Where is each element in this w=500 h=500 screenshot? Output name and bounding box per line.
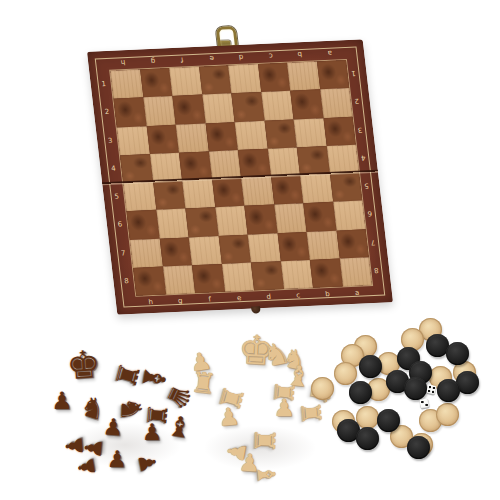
coordinate-label: a bbox=[314, 47, 345, 59]
board-square bbox=[199, 65, 232, 94]
board-square bbox=[307, 230, 340, 259]
board-frame: hgfedcba hgfedcba 12345678 12345678 bbox=[87, 39, 393, 314]
checker-disc-light bbox=[436, 403, 459, 426]
board-square bbox=[303, 202, 336, 231]
checker-disc-black bbox=[446, 342, 469, 365]
coordinate-label: g bbox=[137, 55, 168, 67]
board-square bbox=[133, 266, 166, 295]
checker-disc-black bbox=[377, 409, 400, 432]
chess-piece-dk-king: ♚ bbox=[65, 342, 102, 388]
chess-piece-lt-rook: ♜ bbox=[189, 365, 217, 400]
board-square bbox=[310, 258, 343, 287]
board-square bbox=[323, 116, 356, 145]
coordinate-label: b bbox=[285, 49, 316, 61]
checker-disc-black bbox=[404, 377, 427, 400]
chess-piece-dk-pawn: ♟ bbox=[142, 419, 163, 445]
board-square bbox=[244, 205, 277, 234]
board-square bbox=[326, 144, 359, 173]
coordinate-label: d bbox=[226, 51, 257, 63]
checker-disc-light bbox=[311, 377, 334, 400]
checker-disc-black bbox=[356, 427, 379, 450]
board-square bbox=[146, 124, 179, 153]
chess-piece-dk-pawn: ♟ bbox=[51, 387, 73, 415]
board-square bbox=[185, 207, 218, 236]
checker-disc-black bbox=[349, 381, 372, 404]
chess-board: hgfedcba hgfedcba 12345678 12345678 bbox=[87, 39, 393, 314]
board-square bbox=[159, 237, 192, 266]
board-square bbox=[228, 64, 261, 93]
board-square bbox=[287, 61, 320, 90]
board-square bbox=[264, 119, 297, 148]
board-square bbox=[300, 174, 333, 203]
board-square bbox=[258, 63, 291, 92]
coordinate-label: a bbox=[342, 286, 373, 298]
hinge-knob-icon bbox=[251, 306, 261, 313]
checker-disc-black bbox=[359, 355, 382, 378]
board-square bbox=[271, 175, 304, 204]
coordinate-label: e bbox=[224, 292, 255, 304]
board-square bbox=[182, 179, 215, 208]
chess-piece-lt-pawn: ♟ bbox=[273, 394, 295, 422]
coordinate-label: f bbox=[167, 54, 198, 66]
board-square bbox=[192, 264, 225, 293]
board-square bbox=[336, 229, 369, 258]
board-square bbox=[320, 88, 353, 117]
board-square bbox=[130, 238, 163, 267]
chess-piece-dk-pawn: ♟ bbox=[106, 446, 128, 473]
board-square bbox=[277, 232, 310, 261]
board-square bbox=[113, 98, 146, 127]
board-square bbox=[126, 210, 159, 239]
board-square bbox=[172, 95, 205, 124]
board-square bbox=[120, 154, 153, 183]
board-square bbox=[248, 233, 281, 262]
board-square bbox=[267, 147, 300, 176]
board-square bbox=[330, 173, 363, 202]
board-square bbox=[117, 126, 150, 155]
board-square bbox=[149, 152, 182, 181]
chess-piece-lt-rook: ♜ bbox=[295, 400, 327, 426]
board-square bbox=[123, 182, 156, 211]
board-square bbox=[143, 96, 176, 125]
board-square bbox=[205, 122, 238, 151]
board-square bbox=[317, 60, 350, 89]
coordinate-label: e bbox=[196, 53, 227, 65]
coordinate-label: h bbox=[108, 57, 139, 69]
board-square bbox=[110, 69, 143, 98]
board-square bbox=[208, 150, 241, 179]
board-square bbox=[140, 68, 173, 97]
coordinate-label: g bbox=[165, 294, 196, 306]
board-square bbox=[238, 148, 271, 177]
checker-disc-black bbox=[437, 379, 460, 402]
coordinate-label: c bbox=[283, 289, 314, 301]
board-square bbox=[153, 181, 186, 210]
board-square bbox=[290, 90, 323, 119]
board-square bbox=[231, 92, 264, 121]
chess-piece-dk-bishop: ♝ bbox=[165, 409, 194, 445]
die-icon bbox=[426, 384, 437, 395]
board-square bbox=[212, 178, 245, 207]
die-icon bbox=[419, 398, 429, 408]
board-square bbox=[156, 209, 189, 238]
board-square bbox=[176, 123, 209, 152]
board-square bbox=[339, 257, 372, 286]
coordinate-label: f bbox=[194, 293, 225, 305]
checker-disc-black bbox=[407, 436, 430, 459]
checker-disc-light bbox=[334, 362, 357, 385]
chess-piece-dk-pawn: ♟ bbox=[73, 455, 101, 479]
chess-piece-dk-pawn: ♟ bbox=[102, 413, 124, 440]
board-square bbox=[333, 201, 366, 230]
board-square bbox=[221, 262, 254, 291]
board-square bbox=[215, 206, 248, 235]
coordinate-label: d bbox=[253, 290, 284, 302]
board-square bbox=[251, 261, 284, 290]
board-square bbox=[280, 260, 313, 289]
chess-piece-lt-pawn: ♟ bbox=[217, 402, 241, 432]
board-square bbox=[241, 177, 274, 206]
board-square bbox=[202, 94, 235, 123]
board-square bbox=[162, 265, 195, 294]
board-square bbox=[294, 118, 327, 147]
product-photo: hgfedcba hgfedcba 12345678 12345678 ♚♟♜♝… bbox=[0, 0, 500, 500]
board-square bbox=[179, 151, 212, 180]
board-square bbox=[189, 236, 222, 265]
chess-piece-lt-bishop: ♝ bbox=[251, 463, 281, 487]
coordinate-label: c bbox=[255, 50, 286, 62]
board-square bbox=[218, 234, 251, 263]
board-square bbox=[169, 67, 202, 96]
board-square bbox=[235, 120, 268, 149]
board-square bbox=[297, 146, 330, 175]
board-square bbox=[261, 91, 294, 120]
coordinate-label: b bbox=[312, 288, 343, 300]
coordinate-label: h bbox=[135, 296, 166, 308]
board-square bbox=[274, 203, 307, 232]
